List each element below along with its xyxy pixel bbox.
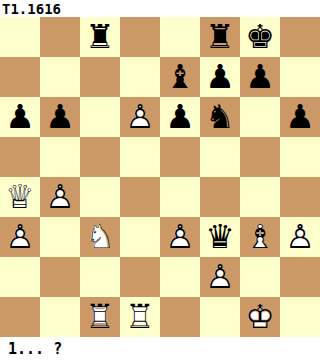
- black-queen[interactable]: ♛: [200, 217, 240, 257]
- square-f3[interactable]: ♛: [200, 217, 240, 257]
- bishop-outline: ♗: [240, 217, 280, 257]
- square-b2[interactable]: [40, 257, 80, 297]
- square-f2[interactable]: ♟♙: [200, 257, 240, 297]
- square-g7[interactable]: ♟: [240, 57, 280, 97]
- pawn-outline: ♙: [200, 257, 240, 297]
- square-e4[interactable]: [160, 177, 200, 217]
- square-h5[interactable]: [280, 137, 320, 177]
- square-a5[interactable]: [0, 137, 40, 177]
- black-pawn[interactable]: ♟: [160, 97, 200, 137]
- square-e3[interactable]: ♟♙: [160, 217, 200, 257]
- status-bar: 1... ?: [0, 337, 320, 360]
- square-b6[interactable]: ♟: [40, 97, 80, 137]
- square-a2[interactable]: [0, 257, 40, 297]
- square-d8[interactable]: [120, 17, 160, 57]
- square-g5[interactable]: [240, 137, 280, 177]
- square-g1[interactable]: ♚♔: [240, 297, 280, 337]
- square-a4[interactable]: ♛♕: [0, 177, 40, 217]
- square-a7[interactable]: [0, 57, 40, 97]
- black-king[interactable]: ♚: [240, 17, 280, 57]
- black-pawn[interactable]: ♟: [200, 57, 240, 97]
- square-f4[interactable]: [200, 177, 240, 217]
- square-d5[interactable]: [120, 137, 160, 177]
- square-a6[interactable]: ♟: [0, 97, 40, 137]
- square-h7[interactable]: [280, 57, 320, 97]
- rook-outline: ♖: [120, 297, 160, 337]
- square-e8[interactable]: [160, 17, 200, 57]
- square-f5[interactable]: [200, 137, 240, 177]
- square-h2[interactable]: [280, 257, 320, 297]
- square-g6[interactable]: [240, 97, 280, 137]
- square-g3[interactable]: ♝♗: [240, 217, 280, 257]
- knight-outline: ♘: [80, 217, 120, 257]
- black-pawn[interactable]: ♟: [0, 97, 40, 137]
- black-bishop[interactable]: ♝: [160, 57, 200, 97]
- square-c4[interactable]: [80, 177, 120, 217]
- square-d3[interactable]: [120, 217, 160, 257]
- white-knight[interactable]: ♞♘: [80, 217, 120, 257]
- black-rook[interactable]: ♜: [200, 17, 240, 57]
- pawn-outline: ♙: [120, 97, 160, 137]
- square-e6[interactable]: ♟: [160, 97, 200, 137]
- square-h1[interactable]: [280, 297, 320, 337]
- square-c2[interactable]: [80, 257, 120, 297]
- square-c3[interactable]: ♞♘: [80, 217, 120, 257]
- pawn-outline: ♙: [160, 217, 200, 257]
- move-prompt: 1... ?: [8, 340, 62, 358]
- square-b5[interactable]: [40, 137, 80, 177]
- square-b4[interactable]: ♟♙: [40, 177, 80, 217]
- square-d2[interactable]: [120, 257, 160, 297]
- square-f1[interactable]: [200, 297, 240, 337]
- square-h8[interactable]: [280, 17, 320, 57]
- square-a1[interactable]: [0, 297, 40, 337]
- square-e7[interactable]: ♝: [160, 57, 200, 97]
- white-pawn[interactable]: ♟♙: [40, 177, 80, 217]
- square-g8[interactable]: ♚: [240, 17, 280, 57]
- rook-outline: ♖: [80, 297, 120, 337]
- square-d1[interactable]: ♜♖: [120, 297, 160, 337]
- square-e5[interactable]: [160, 137, 200, 177]
- white-rook[interactable]: ♜♖: [120, 297, 160, 337]
- square-f7[interactable]: ♟: [200, 57, 240, 97]
- pawn-outline: ♙: [280, 217, 320, 257]
- square-d6[interactable]: ♟♙: [120, 97, 160, 137]
- square-f6[interactable]: ♞: [200, 97, 240, 137]
- square-d4[interactable]: [120, 177, 160, 217]
- white-pawn[interactable]: ♟♙: [0, 217, 40, 257]
- white-pawn[interactable]: ♟♙: [200, 257, 240, 297]
- square-b1[interactable]: [40, 297, 80, 337]
- white-rook[interactable]: ♜♖: [80, 297, 120, 337]
- queen-outline: ♕: [0, 177, 40, 217]
- black-pawn[interactable]: ♟: [280, 97, 320, 137]
- square-a3[interactable]: ♟♙: [0, 217, 40, 257]
- square-c5[interactable]: [80, 137, 120, 177]
- pawn-outline: ♙: [0, 217, 40, 257]
- puzzle-title: T1.1616: [2, 1, 61, 17]
- square-g2[interactable]: [240, 257, 280, 297]
- king-outline: ♔: [240, 297, 280, 337]
- white-bishop[interactable]: ♝♗: [240, 217, 280, 257]
- white-pawn[interactable]: ♟♙: [280, 217, 320, 257]
- square-e2[interactable]: [160, 257, 200, 297]
- pawn-outline: ♙: [40, 177, 80, 217]
- square-b7[interactable]: [40, 57, 80, 97]
- square-h6[interactable]: ♟: [280, 97, 320, 137]
- white-pawn[interactable]: ♟♙: [160, 217, 200, 257]
- white-pawn[interactable]: ♟♙: [120, 97, 160, 137]
- white-king[interactable]: ♚♔: [240, 297, 280, 337]
- white-queen[interactable]: ♛♕: [0, 177, 40, 217]
- square-h3[interactable]: ♟♙: [280, 217, 320, 257]
- square-d7[interactable]: [120, 57, 160, 97]
- title-bar: T1.1616: [0, 0, 320, 17]
- square-c7[interactable]: [80, 57, 120, 97]
- square-b3[interactable]: [40, 217, 80, 257]
- square-h4[interactable]: [280, 177, 320, 217]
- square-g4[interactable]: [240, 177, 280, 217]
- square-c1[interactable]: ♜♖: [80, 297, 120, 337]
- square-a8[interactable]: [0, 17, 40, 57]
- square-f8[interactable]: ♜: [200, 17, 240, 57]
- black-rook[interactable]: ♜: [80, 17, 120, 57]
- black-knight[interactable]: ♞: [200, 97, 240, 137]
- square-e1[interactable]: [160, 297, 200, 337]
- chess-board[interactable]: ♜♜♚♝♟♟♟♟♟♙♟♞♟♛♕♟♙♟♙♞♘♟♙♛♝♗♟♙♟♙♜♖♜♖♚♔: [0, 17, 320, 337]
- square-b8[interactable]: [40, 17, 80, 57]
- black-pawn[interactable]: ♟: [240, 57, 280, 97]
- square-c6[interactable]: [80, 97, 120, 137]
- square-c8[interactable]: ♜: [80, 17, 120, 57]
- black-pawn[interactable]: ♟: [40, 97, 80, 137]
